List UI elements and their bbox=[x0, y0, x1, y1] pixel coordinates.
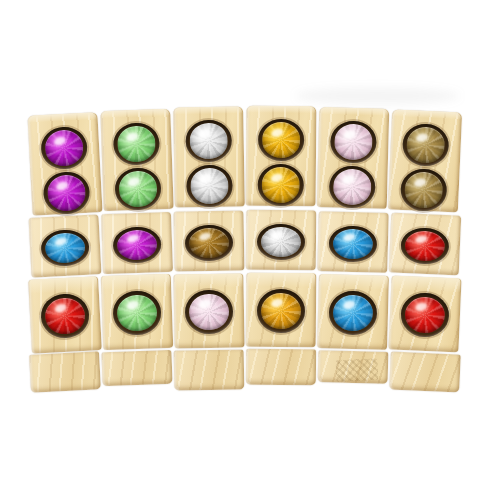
gem-highlight bbox=[125, 299, 139, 311]
wood-block-middle-row-col3 bbox=[173, 210, 244, 271]
gem-highlight bbox=[125, 131, 139, 142]
gem-highlight bbox=[198, 173, 211, 184]
wood-block-top-row-col3 bbox=[173, 106, 245, 207]
gem-highlight bbox=[415, 132, 428, 143]
gem-hole bbox=[40, 229, 90, 267]
gem-highlight bbox=[342, 299, 356, 310]
gem-hole bbox=[400, 292, 450, 338]
gem-gold bbox=[261, 167, 300, 203]
gem-hole bbox=[402, 123, 450, 167]
wood-block-bottom-row-col3 bbox=[173, 273, 244, 348]
gem-hole bbox=[40, 293, 90, 339]
gem-green bbox=[116, 294, 158, 332]
gem-red bbox=[404, 296, 446, 335]
gem-highlight bbox=[270, 127, 283, 138]
base-row bbox=[30, 349, 466, 389]
wood-block-base-row-col4 bbox=[246, 349, 316, 386]
gem-highlight bbox=[414, 235, 427, 245]
wood-block-middle-row-col5 bbox=[317, 211, 389, 273]
gem-olive bbox=[404, 172, 444, 209]
gem-hole bbox=[186, 165, 233, 208]
gem-clear bbox=[189, 123, 228, 159]
gem-hole bbox=[185, 225, 234, 262]
gem-highlight bbox=[270, 231, 284, 241]
gem-highlight bbox=[343, 129, 356, 140]
wood-block-top-row-col6 bbox=[388, 110, 462, 213]
gem-clear bbox=[190, 168, 229, 204]
gem-highlight bbox=[126, 234, 140, 244]
wood-block-base-row-col1 bbox=[29, 351, 101, 393]
gem-magenta bbox=[116, 229, 157, 261]
gem-hole bbox=[42, 171, 90, 215]
gem-hole bbox=[113, 122, 160, 166]
wood-block-middle-row-col1 bbox=[28, 214, 101, 278]
wood-block-top-row-col1 bbox=[27, 112, 102, 216]
wood-block-bottom-row-col6 bbox=[388, 276, 461, 353]
gem-pink bbox=[334, 124, 374, 160]
gem-hole bbox=[329, 165, 376, 208]
gem-hole bbox=[258, 119, 304, 161]
gem-hole bbox=[258, 164, 304, 206]
gem-purple bbox=[44, 129, 84, 166]
wood-block-middle-row-col6 bbox=[389, 213, 462, 276]
gem-highlight bbox=[127, 176, 141, 187]
wood-block-bottom-row-col5 bbox=[317, 274, 389, 350]
bottom-row bbox=[30, 273, 466, 347]
wood-block-top-row-col2 bbox=[100, 109, 173, 211]
gem-hole bbox=[40, 126, 88, 170]
gem-highlight bbox=[198, 232, 212, 242]
wood-block-middle-row-col2 bbox=[101, 212, 173, 274]
wood-block-base-row-col3 bbox=[174, 349, 245, 390]
gem-highlight bbox=[270, 297, 284, 308]
gem-highlight bbox=[198, 128, 211, 139]
gem-hole bbox=[328, 290, 377, 335]
wood-block-base-row-col6 bbox=[389, 351, 461, 392]
gem-hole bbox=[112, 290, 162, 336]
gem-hole bbox=[257, 289, 305, 333]
gem-highlight bbox=[53, 135, 67, 146]
gem-green bbox=[117, 126, 157, 163]
faint-shadow-smudge bbox=[295, 88, 460, 104]
wood-block-top-row-col5 bbox=[317, 107, 390, 209]
wood-block-bottom-row-col2 bbox=[101, 274, 174, 350]
wood-block-base-row-col2 bbox=[101, 350, 172, 386]
wood-block-middle-row-col4 bbox=[246, 210, 317, 271]
gem-hole bbox=[328, 225, 377, 262]
gem-red bbox=[404, 230, 446, 262]
gem-green bbox=[118, 171, 158, 208]
gem-highlight bbox=[342, 233, 355, 243]
gem-highlight bbox=[342, 174, 355, 185]
gem-highlight bbox=[413, 177, 426, 188]
gem-hole bbox=[185, 120, 232, 163]
gem-highlight bbox=[197, 298, 211, 310]
gem-pink bbox=[189, 293, 230, 331]
gem-blue bbox=[44, 232, 86, 264]
blocks-assembly bbox=[30, 106, 466, 406]
product-photo-scene bbox=[0, 0, 500, 500]
gem-blue bbox=[332, 228, 373, 259]
gem-hole bbox=[257, 224, 305, 260]
gem-highlight bbox=[270, 172, 283, 183]
gem-red bbox=[44, 296, 86, 335]
gem-orange bbox=[261, 292, 302, 329]
gem-hole bbox=[400, 227, 450, 265]
gem-highlight bbox=[55, 180, 69, 191]
wood-block-bottom-row-col4 bbox=[246, 273, 317, 348]
wood-block-top-row-col4 bbox=[246, 106, 317, 207]
middle-row bbox=[30, 210, 466, 270]
gem-hole bbox=[330, 120, 377, 163]
gem-hole bbox=[114, 167, 161, 211]
gem-hole bbox=[185, 290, 234, 335]
gem-highlight bbox=[414, 302, 428, 313]
gem-hole bbox=[400, 168, 448, 212]
gem-purple bbox=[46, 174, 86, 211]
gem-pink bbox=[332, 169, 372, 205]
gem-silver bbox=[261, 227, 302, 258]
gem-olive bbox=[406, 127, 446, 164]
gem-hole bbox=[112, 226, 161, 264]
wood-block-base-row-col5 bbox=[318, 350, 389, 384]
top-row bbox=[30, 106, 466, 206]
gem-amber bbox=[189, 228, 230, 259]
gem-blue bbox=[332, 294, 373, 332]
gem-highlight bbox=[54, 237, 68, 248]
gem-gold bbox=[262, 122, 301, 158]
wood-block-bottom-row-col1 bbox=[28, 276, 102, 354]
gem-highlight bbox=[53, 303, 67, 315]
